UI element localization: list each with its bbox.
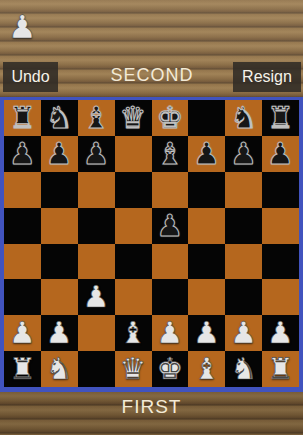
black-pawn: ♟ bbox=[230, 139, 257, 169]
chess-board: ♜♞♝♛♚♞♜♟♟♟♝♟♟♟♟♟♟♟♝♟♟♟♟♜♞♛♚♝♞♜ bbox=[0, 97, 303, 392]
square-d2[interactable]: ♝ bbox=[115, 315, 152, 351]
white-rook: ♜ bbox=[9, 354, 36, 384]
square-a2[interactable]: ♟ bbox=[4, 315, 41, 351]
square-a7[interactable]: ♟ bbox=[4, 136, 41, 172]
square-d8[interactable]: ♛ bbox=[115, 100, 152, 136]
square-e3[interactable] bbox=[152, 279, 189, 315]
square-b8[interactable]: ♞ bbox=[41, 100, 78, 136]
white-pawn: ♟ bbox=[46, 318, 73, 348]
square-a1[interactable]: ♜ bbox=[4, 351, 41, 387]
square-c6[interactable] bbox=[78, 172, 115, 208]
black-bishop: ♝ bbox=[156, 139, 183, 169]
square-b5[interactable] bbox=[41, 208, 78, 244]
black-pawn: ♟ bbox=[83, 139, 110, 169]
square-a8[interactable]: ♜ bbox=[4, 100, 41, 136]
black-pawn: ♟ bbox=[156, 211, 183, 241]
black-pawn: ♟ bbox=[267, 139, 294, 169]
captured-white-pawn-icon: ♟ bbox=[8, 6, 37, 48]
square-h7[interactable]: ♟ bbox=[262, 136, 299, 172]
black-rook: ♜ bbox=[9, 103, 36, 133]
square-b4[interactable] bbox=[41, 244, 78, 280]
square-e4[interactable] bbox=[152, 244, 189, 280]
black-bishop: ♝ bbox=[83, 103, 110, 133]
square-g7[interactable]: ♟ bbox=[225, 136, 262, 172]
square-b1[interactable]: ♞ bbox=[41, 351, 78, 387]
square-c7[interactable]: ♟ bbox=[78, 136, 115, 172]
square-c3[interactable]: ♟ bbox=[78, 279, 115, 315]
white-bishop: ♝ bbox=[120, 318, 147, 348]
square-f6[interactable] bbox=[188, 172, 225, 208]
black-knight: ♞ bbox=[46, 103, 73, 133]
square-c2[interactable] bbox=[78, 315, 115, 351]
square-h8[interactable]: ♜ bbox=[262, 100, 299, 136]
square-f5[interactable] bbox=[188, 208, 225, 244]
square-g5[interactable] bbox=[225, 208, 262, 244]
white-king: ♚ bbox=[156, 354, 183, 384]
square-g2[interactable]: ♟ bbox=[225, 315, 262, 351]
black-pawn: ♟ bbox=[46, 139, 73, 169]
white-pawn: ♟ bbox=[193, 318, 220, 348]
black-pawn: ♟ bbox=[9, 139, 36, 169]
square-b7[interactable]: ♟ bbox=[41, 136, 78, 172]
black-queen: ♛ bbox=[120, 103, 147, 133]
white-pawn: ♟ bbox=[83, 282, 110, 312]
black-pawn: ♟ bbox=[193, 139, 220, 169]
square-h1[interactable]: ♜ bbox=[262, 351, 299, 387]
bottom-player-name: FIRST bbox=[0, 396, 303, 418]
white-knight: ♞ bbox=[46, 354, 73, 384]
square-f1[interactable]: ♝ bbox=[188, 351, 225, 387]
square-g3[interactable] bbox=[225, 279, 262, 315]
square-e6[interactable] bbox=[152, 172, 189, 208]
square-b6[interactable] bbox=[41, 172, 78, 208]
white-pawn: ♟ bbox=[230, 318, 257, 348]
square-b2[interactable]: ♟ bbox=[41, 315, 78, 351]
square-d1[interactable]: ♛ bbox=[115, 351, 152, 387]
square-f3[interactable] bbox=[188, 279, 225, 315]
white-bishop: ♝ bbox=[193, 354, 220, 384]
square-f2[interactable]: ♟ bbox=[188, 315, 225, 351]
black-rook: ♜ bbox=[267, 103, 294, 133]
square-d5[interactable] bbox=[115, 208, 152, 244]
chess-board-grid: ♜♞♝♛♚♞♜♟♟♟♝♟♟♟♟♟♟♟♝♟♟♟♟♜♞♛♚♝♞♜ bbox=[4, 100, 299, 387]
square-c4[interactable] bbox=[78, 244, 115, 280]
white-rook: ♜ bbox=[267, 354, 294, 384]
white-knight: ♞ bbox=[230, 354, 257, 384]
square-c8[interactable]: ♝ bbox=[78, 100, 115, 136]
white-pawn: ♟ bbox=[9, 318, 36, 348]
square-f8[interactable] bbox=[188, 100, 225, 136]
chess-app: ♟ Undo SECOND Resign ♜♞♝♛♚♞♜♟♟♟♝♟♟♟♟♟♟♟♝… bbox=[0, 0, 303, 435]
square-h3[interactable] bbox=[262, 279, 299, 315]
square-e2[interactable]: ♟ bbox=[152, 315, 189, 351]
square-g8[interactable]: ♞ bbox=[225, 100, 262, 136]
square-f7[interactable]: ♟ bbox=[188, 136, 225, 172]
resign-button[interactable]: Resign bbox=[233, 62, 301, 92]
square-a4[interactable] bbox=[4, 244, 41, 280]
square-d3[interactable] bbox=[115, 279, 152, 315]
square-h6[interactable] bbox=[262, 172, 299, 208]
bottom-bar: FIRST bbox=[0, 396, 303, 418]
square-e5[interactable]: ♟ bbox=[152, 208, 189, 244]
top-bar: Undo SECOND Resign bbox=[3, 62, 301, 93]
square-e1[interactable]: ♚ bbox=[152, 351, 189, 387]
square-h5[interactable] bbox=[262, 208, 299, 244]
square-b3[interactable] bbox=[41, 279, 78, 315]
square-a6[interactable] bbox=[4, 172, 41, 208]
square-h4[interactable] bbox=[262, 244, 299, 280]
square-e7[interactable]: ♝ bbox=[152, 136, 189, 172]
square-d7[interactable] bbox=[115, 136, 152, 172]
square-g4[interactable] bbox=[225, 244, 262, 280]
square-a5[interactable] bbox=[4, 208, 41, 244]
square-e8[interactable]: ♚ bbox=[152, 100, 189, 136]
square-f4[interactable] bbox=[188, 244, 225, 280]
white-queen: ♛ bbox=[120, 354, 147, 384]
white-pawn: ♟ bbox=[267, 318, 294, 348]
square-c1[interactable] bbox=[78, 351, 115, 387]
square-a3[interactable] bbox=[4, 279, 41, 315]
captured-pieces-tray: ♟ bbox=[8, 6, 37, 48]
white-pawn: ♟ bbox=[156, 318, 183, 348]
square-h2[interactable]: ♟ bbox=[262, 315, 299, 351]
black-king: ♚ bbox=[156, 103, 183, 133]
black-knight: ♞ bbox=[230, 103, 257, 133]
square-d4[interactable] bbox=[115, 244, 152, 280]
square-d6[interactable] bbox=[115, 172, 152, 208]
square-g6[interactable] bbox=[225, 172, 262, 208]
square-c5[interactable] bbox=[78, 208, 115, 244]
square-g1[interactable]: ♞ bbox=[225, 351, 262, 387]
